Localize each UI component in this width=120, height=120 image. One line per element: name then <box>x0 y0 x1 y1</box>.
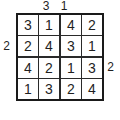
cell-r3c2: 2 <box>39 58 59 78</box>
cell-r2c4: 1 <box>82 36 102 56</box>
cell-r2c3: 3 <box>61 36 81 56</box>
board: 3142243142131324 <box>16 13 104 101</box>
cell-r2c1: 2 <box>18 36 38 56</box>
cell-r1c2: 1 <box>39 15 59 35</box>
cell-r2c2: 4 <box>39 36 59 56</box>
cell-r4c3: 2 <box>61 79 81 99</box>
cell-r4c4: 4 <box>82 79 102 99</box>
cell-r1c4: 2 <box>82 15 102 35</box>
cell-r1c1: 3 <box>18 15 38 35</box>
cell-r1c3: 4 <box>61 15 81 35</box>
clue-top-col2: 3 <box>40 0 52 13</box>
cell-r4c1: 1 <box>18 79 38 99</box>
cell-r3c4: 3 <box>82 58 102 78</box>
clue-left-row2: 2 <box>0 40 13 53</box>
clue-right-row3: 2 <box>104 61 117 74</box>
clue-top-col3: 1 <box>58 0 70 13</box>
cell-r3c1: 4 <box>18 58 38 78</box>
cell-r4c2: 3 <box>39 79 59 99</box>
puzzle-diagram: 3 1 2 2 3142243142131324 <box>0 0 120 120</box>
cell-r3c3: 1 <box>61 58 81 78</box>
